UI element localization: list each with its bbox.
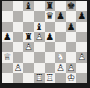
square-b6[interactable] bbox=[13, 22, 24, 32]
black-pawn-a5: ♟ bbox=[2, 32, 13, 42]
square-g8[interactable]: ♚ bbox=[66, 1, 77, 11]
piece-glyph: ♚ bbox=[66, 1, 77, 11]
black-pawn-g6: ♟ bbox=[66, 22, 77, 32]
square-h4[interactable] bbox=[76, 42, 87, 52]
square-c4[interactable]: ♟♙ bbox=[23, 42, 34, 52]
piece-outline: ♙ bbox=[66, 63, 77, 72]
piece-outline: ♖ bbox=[45, 73, 56, 83]
square-f5[interactable] bbox=[55, 32, 66, 42]
black-pawn-h7: ♟ bbox=[76, 11, 87, 21]
square-c6[interactable] bbox=[23, 22, 34, 32]
square-a1[interactable] bbox=[2, 73, 13, 83]
square-e1[interactable]: ♜♖ bbox=[45, 73, 56, 83]
piece-outline: ♙ bbox=[13, 63, 24, 72]
white-knight-f3: ♞♘ bbox=[55, 52, 66, 62]
square-c3[interactable] bbox=[23, 52, 34, 62]
black-pawn-e5: ♟ bbox=[45, 32, 56, 42]
square-f3[interactable]: ♞♘ bbox=[55, 52, 66, 62]
square-b8[interactable] bbox=[13, 1, 24, 11]
square-g7[interactable] bbox=[66, 11, 77, 21]
square-e5[interactable]: ♟ bbox=[45, 32, 56, 42]
black-queen-e7: ♛ bbox=[45, 11, 56, 21]
white-pawn-g2: ♟♙ bbox=[66, 63, 77, 73]
white-king-g1: ♚♔ bbox=[66, 73, 77, 83]
piece-outline: ♔ bbox=[66, 73, 77, 83]
white-pawn-f2: ♟♙ bbox=[55, 63, 66, 73]
white-pawn-b2: ♟♙ bbox=[13, 63, 24, 73]
square-c2[interactable] bbox=[23, 63, 34, 73]
white-pawn-h3: ♟♙ bbox=[76, 52, 87, 62]
square-g1[interactable]: ♚♔ bbox=[66, 73, 77, 83]
black-bishop-d6: ♝ bbox=[34, 22, 45, 32]
square-a7[interactable] bbox=[2, 11, 13, 21]
black-king-g8: ♚ bbox=[66, 1, 77, 11]
black-bishop-c8: ♝ bbox=[23, 1, 34, 11]
square-c1[interactable] bbox=[23, 73, 34, 83]
piece-outline: ♘ bbox=[55, 52, 66, 61]
square-e6[interactable] bbox=[45, 22, 56, 32]
piece-glyph: ♛ bbox=[45, 11, 56, 21]
piece-outline: ♙ bbox=[34, 32, 45, 41]
piece-glyph: ♝ bbox=[23, 1, 34, 11]
square-b1[interactable] bbox=[13, 73, 24, 83]
square-b5[interactable] bbox=[13, 32, 24, 42]
square-b4[interactable] bbox=[13, 42, 24, 52]
square-f6[interactable] bbox=[55, 22, 66, 32]
white-rook-d1: ♜♖ bbox=[34, 73, 45, 83]
piece-glyph: ♟ bbox=[55, 11, 66, 21]
square-a2[interactable] bbox=[2, 63, 13, 73]
square-h2[interactable] bbox=[76, 63, 87, 73]
piece-glyph: ♝ bbox=[34, 22, 45, 32]
square-a6[interactable] bbox=[2, 22, 13, 32]
square-c8[interactable]: ♝ bbox=[23, 1, 34, 11]
square-e2[interactable] bbox=[45, 63, 56, 73]
square-d4[interactable] bbox=[34, 42, 45, 52]
white-queen-a3: ♛♕ bbox=[2, 52, 13, 62]
square-f7[interactable]: ♟ bbox=[55, 11, 66, 21]
black-rook-c5: ♜ bbox=[23, 32, 34, 42]
square-b2[interactable]: ♟♙ bbox=[13, 63, 24, 73]
square-h8[interactable] bbox=[76, 1, 87, 11]
chess-diagram: ♝♜♚♛♟♟♝♟♟♜♟♙♟♟♙♛♕♞♘♟♙♟♙♟♙♟♙♜♖♜♖♚♔ bbox=[0, 0, 90, 88]
square-f2[interactable]: ♟♙ bbox=[55, 63, 66, 73]
square-g4[interactable] bbox=[66, 42, 77, 52]
square-d5[interactable]: ♟♙ bbox=[34, 32, 45, 42]
square-g3[interactable] bbox=[66, 52, 77, 62]
piece-glyph: ♟ bbox=[66, 22, 77, 32]
square-a4[interactable] bbox=[2, 42, 13, 52]
chess-board: ♝♜♚♛♟♟♝♟♟♜♟♙♟♟♙♛♕♞♘♟♙♟♙♟♙♟♙♜♖♜♖♚♔ bbox=[2, 1, 87, 83]
square-e8[interactable]: ♜ bbox=[45, 1, 56, 11]
square-h7[interactable]: ♟ bbox=[76, 11, 87, 21]
black-rook-e8: ♜ bbox=[45, 1, 56, 11]
piece-glyph: ♜ bbox=[23, 32, 34, 41]
square-d6[interactable]: ♝ bbox=[34, 22, 45, 32]
square-d7[interactable] bbox=[34, 11, 45, 21]
square-d2[interactable] bbox=[34, 63, 45, 73]
square-c5[interactable]: ♜ bbox=[23, 32, 34, 42]
square-c7[interactable] bbox=[23, 11, 34, 21]
square-f4[interactable] bbox=[55, 42, 66, 52]
piece-glyph: ♜ bbox=[45, 1, 56, 11]
square-f8[interactable] bbox=[55, 1, 66, 11]
piece-glyph: ♟ bbox=[2, 32, 13, 41]
square-h6[interactable] bbox=[76, 22, 87, 32]
piece-glyph: ♟ bbox=[45, 32, 56, 41]
square-h3[interactable]: ♟♙ bbox=[76, 52, 87, 62]
square-a5[interactable]: ♟ bbox=[2, 32, 13, 42]
piece-outline: ♙ bbox=[23, 42, 34, 51]
piece-glyph: ♟ bbox=[76, 11, 87, 21]
square-b7[interactable] bbox=[13, 11, 24, 21]
white-pawn-d5: ♟♙ bbox=[34, 32, 45, 42]
square-d8[interactable] bbox=[34, 1, 45, 11]
piece-outline: ♙ bbox=[55, 63, 66, 72]
square-a3[interactable]: ♛♕ bbox=[2, 52, 13, 62]
square-g6[interactable]: ♟ bbox=[66, 22, 77, 32]
piece-outline: ♕ bbox=[2, 52, 13, 61]
square-a8[interactable] bbox=[2, 1, 13, 11]
square-d3[interactable] bbox=[34, 52, 45, 62]
piece-outline: ♙ bbox=[76, 52, 87, 61]
square-h1[interactable] bbox=[76, 73, 87, 83]
square-g5[interactable] bbox=[66, 32, 77, 42]
white-rook-e1: ♜♖ bbox=[45, 73, 56, 83]
square-e7[interactable]: ♛ bbox=[45, 11, 56, 21]
piece-outline: ♖ bbox=[34, 73, 45, 83]
white-pawn-c4: ♟♙ bbox=[23, 42, 34, 52]
black-pawn-f7: ♟ bbox=[55, 11, 66, 21]
square-g2[interactable]: ♟♙ bbox=[66, 63, 77, 73]
square-b3[interactable] bbox=[13, 52, 24, 62]
square-e3[interactable] bbox=[45, 52, 56, 62]
square-h5[interactable] bbox=[76, 32, 87, 42]
square-d1[interactable]: ♜♖ bbox=[34, 73, 45, 83]
square-e4[interactable] bbox=[45, 42, 56, 52]
square-f1[interactable] bbox=[55, 73, 66, 83]
